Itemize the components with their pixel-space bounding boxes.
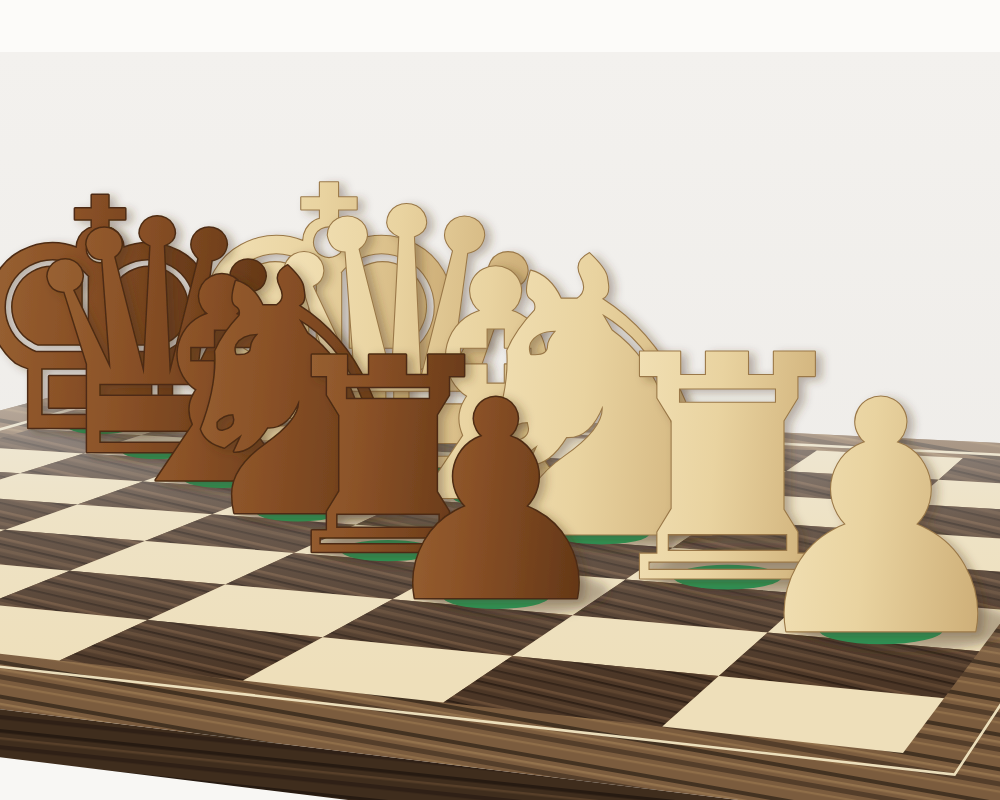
chess-board-photo: ♚♚♛♛♝♝♞♞♜♜♟♟: [0, 0, 1000, 800]
wall-top-band: [0, 0, 1000, 52]
scene: ♚♚♛♛♝♝♞♞♜♜♟♟: [0, 0, 1000, 800]
piece-glyph: ♟: [373, 342, 620, 663]
piece-sheesham-pawn-f3[interactable]: ♟: [373, 342, 620, 663]
piece-boxwood-pawn-h3[interactable]: ♟: [737, 333, 1000, 707]
piece-glyph: ♟: [737, 333, 1000, 707]
